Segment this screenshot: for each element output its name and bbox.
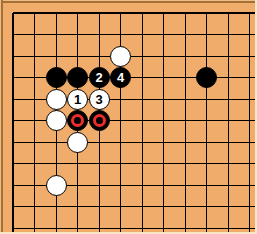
intersection-c3-r8[interactable] xyxy=(45,153,67,175)
intersection-c7-r4[interactable] xyxy=(131,67,153,89)
white-stone-move-1[interactable]: 1 xyxy=(67,89,88,110)
intersection-c1-r10[interactable] xyxy=(2,196,24,218)
black-stone[interactable] xyxy=(67,67,88,88)
intersection-c8-r7[interactable] xyxy=(153,131,175,153)
intersection-c4-r6[interactable] xyxy=(67,110,89,132)
intersection-c5-r3[interactable] xyxy=(88,45,110,67)
intersection-c10-r6[interactable] xyxy=(196,110,218,132)
intersection-c8-r5[interactable] xyxy=(153,88,175,110)
black-stone[interactable] xyxy=(46,67,67,88)
white-stone[interactable] xyxy=(110,46,131,67)
circle-mark-icon xyxy=(71,114,84,127)
circle-mark-icon xyxy=(93,114,106,127)
intersection-c4-r1[interactable] xyxy=(67,2,89,24)
frame-bottom-edge xyxy=(0,232,257,234)
intersection-c10-r7[interactable] xyxy=(196,131,218,153)
intersection-c1-r4[interactable] xyxy=(2,67,24,89)
move-number-label: 1 xyxy=(74,93,81,106)
intersection-c2-r1[interactable] xyxy=(24,2,46,24)
intersection-c2-r8[interactable] xyxy=(24,153,46,175)
intersection-c10-r1[interactable] xyxy=(196,2,218,24)
frame-left-edge xyxy=(1,0,3,234)
intersection-c11-r9[interactable] xyxy=(217,174,239,196)
intersection-c1-r5[interactable] xyxy=(2,88,24,110)
intersection-c2-r3[interactable] xyxy=(24,45,46,67)
intersection-c3-r5[interactable] xyxy=(45,88,67,110)
intersection-c5-r6[interactable] xyxy=(88,110,110,132)
intersection-c5-r10[interactable] xyxy=(88,196,110,218)
intersection-c11-r10[interactable] xyxy=(217,196,239,218)
intersection-c6-r7[interactable] xyxy=(110,131,132,153)
intersection-c9-r1[interactable] xyxy=(174,2,196,24)
intersection-c5-r8[interactable] xyxy=(88,153,110,175)
intersection-c9-r3[interactable] xyxy=(174,45,196,67)
intersection-c8-r8[interactable] xyxy=(153,153,175,175)
white-stone[interactable] xyxy=(46,89,67,110)
intersection-c11-r3[interactable] xyxy=(217,45,239,67)
intersection-c10-r10[interactable] xyxy=(196,196,218,218)
intersection-c11-r7[interactable] xyxy=(217,131,239,153)
intersection-c9-r9[interactable] xyxy=(174,174,196,196)
intersection-c4-r2[interactable] xyxy=(67,24,89,46)
intersection-c3-r3[interactable] xyxy=(45,45,67,67)
intersection-c4-r4[interactable] xyxy=(67,67,89,89)
intersection-c3-r4[interactable] xyxy=(45,67,67,89)
frame-top-edge xyxy=(0,1,257,3)
move-number-label: 2 xyxy=(95,71,102,84)
go-diagram: 2413 xyxy=(0,0,257,234)
intersection-c6-r1[interactable] xyxy=(110,2,132,24)
intersection-c10-r8[interactable] xyxy=(196,153,218,175)
intersection-c3-r9[interactable] xyxy=(45,174,67,196)
intersection-c7-r10[interactable] xyxy=(131,196,153,218)
intersection-c10-r4[interactable] xyxy=(196,67,218,89)
black-stone-marked[interactable] xyxy=(89,110,110,131)
intersection-c5-r7[interactable] xyxy=(88,131,110,153)
intersection-c6-r10[interactable] xyxy=(110,196,132,218)
intersection-c8-r6[interactable] xyxy=(153,110,175,132)
intersection-c10-r5[interactable] xyxy=(196,88,218,110)
intersection-c6-r3[interactable] xyxy=(110,45,132,67)
intersection-c11-r4[interactable] xyxy=(217,67,239,89)
goban: 2413 xyxy=(0,0,257,234)
intersection-c5-r2[interactable] xyxy=(88,24,110,46)
intersection-c4-r3[interactable] xyxy=(67,45,89,67)
intersection-c4-r8[interactable] xyxy=(67,153,89,175)
intersection-c7-r1[interactable] xyxy=(131,2,153,24)
intersection-c6-r9[interactable] xyxy=(110,174,132,196)
intersection-c8-r3[interactable] xyxy=(153,45,175,67)
intersection-c2-r6[interactable] xyxy=(24,110,46,132)
intersection-c9-r10[interactable] xyxy=(174,196,196,218)
intersection-c1-r9[interactable] xyxy=(2,174,24,196)
white-stone[interactable] xyxy=(46,110,67,131)
intersection-c2-r9[interactable] xyxy=(24,174,46,196)
intersection-c9-r8[interactable] xyxy=(174,153,196,175)
intersection-c7-r3[interactable] xyxy=(131,45,153,67)
intersection-c9-r5[interactable] xyxy=(174,88,196,110)
intersection-c9-r2[interactable] xyxy=(174,24,196,46)
intersection-c11-r8[interactable] xyxy=(217,153,239,175)
intersection-c5-r5[interactable]: 3 xyxy=(88,88,110,110)
intersection-c3-r7[interactable] xyxy=(45,131,67,153)
intersection-c9-r6[interactable] xyxy=(174,110,196,132)
intersection-c3-r10[interactable] xyxy=(45,196,67,218)
intersection-c1-r3[interactable] xyxy=(2,45,24,67)
intersection-c8-r4[interactable] xyxy=(153,67,175,89)
intersection-c11-r2[interactable] xyxy=(217,24,239,46)
frame-right-edge xyxy=(255,0,257,234)
intersection-c2-r5[interactable] xyxy=(24,88,46,110)
intersection-c7-r9[interactable] xyxy=(131,174,153,196)
intersection-c9-r7[interactable] xyxy=(174,131,196,153)
intersection-c1-r8[interactable] xyxy=(2,153,24,175)
white-stone[interactable] xyxy=(67,132,88,153)
white-stone[interactable] xyxy=(46,175,67,196)
intersection-c1-r2[interactable] xyxy=(2,24,24,46)
intersection-c8-r1[interactable] xyxy=(153,2,175,24)
intersection-c3-r6[interactable] xyxy=(45,110,67,132)
intersection-c10-r9[interactable] xyxy=(196,174,218,196)
intersection-c6-r4[interactable]: 4 xyxy=(110,67,132,89)
move-number-label: 4 xyxy=(117,71,124,84)
intersection-c1-r1[interactable] xyxy=(2,2,24,24)
intersection-c1-r7[interactable] xyxy=(2,131,24,153)
intersection-c3-r2[interactable] xyxy=(45,24,67,46)
intersection-c4-r9[interactable] xyxy=(67,174,89,196)
move-number-label: 3 xyxy=(95,93,102,106)
intersection-c5-r4[interactable]: 2 xyxy=(88,67,110,89)
intersection-c7-r2[interactable] xyxy=(131,24,153,46)
intersection-c4-r5[interactable]: 1 xyxy=(67,88,89,110)
intersection-c2-r7[interactable] xyxy=(24,131,46,153)
intersection-c2-r10[interactable] xyxy=(24,196,46,218)
intersection-c8-r2[interactable] xyxy=(153,24,175,46)
intersection-c4-r10[interactable] xyxy=(67,196,89,218)
intersection-c4-r7[interactable] xyxy=(67,131,89,153)
goban-grid: 2413 xyxy=(2,2,257,234)
intersection-c3-r1[interactable] xyxy=(45,2,67,24)
intersection-c10-r3[interactable] xyxy=(196,45,218,67)
black-stone[interactable] xyxy=(196,67,217,88)
intersection-c7-r8[interactable] xyxy=(131,153,153,175)
intersection-c6-r5[interactable] xyxy=(110,88,132,110)
intersection-c7-r6[interactable] xyxy=(131,110,153,132)
intersection-c11-r1[interactable] xyxy=(217,2,239,24)
intersection-c6-r8[interactable] xyxy=(110,153,132,175)
intersection-c11-r6[interactable] xyxy=(217,110,239,132)
white-stone-move-3[interactable]: 3 xyxy=(89,89,110,110)
intersection-c1-r6[interactable] xyxy=(2,110,24,132)
intersection-c10-r2[interactable] xyxy=(196,24,218,46)
intersection-c5-r1[interactable] xyxy=(88,2,110,24)
black-stone-move-2[interactable]: 2 xyxy=(89,67,110,88)
intersection-c11-r5[interactable] xyxy=(217,88,239,110)
black-stone-marked[interactable] xyxy=(67,110,88,131)
intersection-c2-r2[interactable] xyxy=(24,24,46,46)
intersection-c5-r9[interactable] xyxy=(88,174,110,196)
intersection-c7-r7[interactable] xyxy=(131,131,153,153)
intersection-c8-r9[interactable] xyxy=(153,174,175,196)
intersection-c2-r4[interactable] xyxy=(24,67,46,89)
intersection-c7-r5[interactable] xyxy=(131,88,153,110)
black-stone-move-4[interactable]: 4 xyxy=(110,67,131,88)
intersection-c6-r2[interactable] xyxy=(110,24,132,46)
intersection-c9-r4[interactable] xyxy=(174,67,196,89)
intersection-c8-r10[interactable] xyxy=(153,196,175,218)
intersection-c6-r6[interactable] xyxy=(110,110,132,132)
